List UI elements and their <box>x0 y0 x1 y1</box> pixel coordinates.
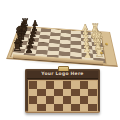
box-checker-cell <box>37 81 46 89</box>
box-checkerboard <box>28 80 98 112</box>
box-checker-cell <box>71 96 80 104</box>
box-checker-cell <box>29 96 38 104</box>
box-checker-cell <box>54 81 63 89</box>
box-checker-cell <box>88 96 97 104</box>
box-checker-cell <box>71 104 80 112</box>
product-photo: ♜♟♟♜♞♟♟♞♝♟♟♝♚♟♟♚♛♟♟♛♝♟♟♝♞♟♟♞♜♟♟♜ Your Lo… <box>0 0 120 120</box>
box-checker-cell <box>54 89 63 97</box>
box-checker-cell <box>88 104 97 112</box>
box-checker-cell <box>63 89 72 97</box>
box-checker-cell <box>29 81 38 89</box>
box-checker-cell <box>63 96 72 104</box>
box-checker-cell <box>63 81 72 89</box>
folded-chess-box: Your Logo Here <box>25 69 100 113</box>
box-checker-cell <box>54 104 63 112</box>
box-checker-cell <box>29 104 38 112</box>
box-checker-cell <box>71 89 80 97</box>
box-checker-cell <box>80 81 89 89</box>
box-checker-cell <box>37 89 46 97</box>
box-checker-cell <box>88 81 97 89</box>
box-checker-cell <box>29 89 38 97</box>
box-checker-cell <box>46 104 55 112</box>
box-checker-cell <box>37 96 46 104</box>
box-checker-cell <box>88 89 97 97</box>
box-checker-cell <box>63 104 72 112</box>
box-checker-cell <box>46 96 55 104</box>
box-checker-cell <box>46 81 55 89</box>
box-checker-cell <box>37 104 46 112</box>
logo-text: Your Logo Here <box>41 72 83 77</box>
box-checker-cell <box>71 81 80 89</box>
box-checker-cell <box>80 96 89 104</box>
box-checker-cell <box>80 104 89 112</box>
logo-band: Your Logo Here <box>27 71 98 79</box>
box-checker-cell <box>80 89 89 97</box>
box-checker-cell <box>54 96 63 104</box>
box-checker-cell <box>46 89 55 97</box>
